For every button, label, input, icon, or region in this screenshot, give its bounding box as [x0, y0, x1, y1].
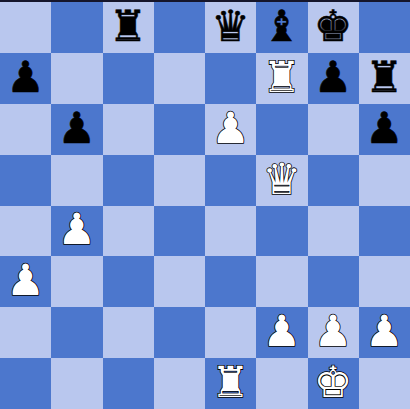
square-e4[interactable]: [205, 206, 256, 257]
square-e2[interactable]: [205, 307, 256, 358]
square-f4[interactable]: [256, 206, 307, 257]
square-g6[interactable]: [308, 104, 359, 155]
square-d2[interactable]: [154, 307, 205, 358]
square-a3[interactable]: ♟: [0, 256, 51, 307]
square-g5[interactable]: [308, 155, 359, 206]
square-e8[interactable]: ♛: [205, 2, 256, 53]
square-c7[interactable]: [103, 53, 154, 104]
piece-white-rook[interactable]: ♜: [211, 361, 250, 404]
square-e5[interactable]: [205, 155, 256, 206]
square-c6[interactable]: [103, 104, 154, 155]
square-a2[interactable]: [0, 307, 51, 358]
piece-white-pawn[interactable]: ♟: [314, 310, 353, 353]
square-c2[interactable]: [103, 307, 154, 358]
piece-white-pawn[interactable]: ♟: [211, 107, 250, 150]
piece-white-pawn[interactable]: ♟: [6, 259, 45, 302]
piece-white-pawn[interactable]: ♟: [263, 310, 302, 353]
square-d5[interactable]: [154, 155, 205, 206]
square-h6[interactable]: ♟: [359, 104, 410, 155]
square-d8[interactable]: [154, 2, 205, 53]
square-b1[interactable]: [51, 358, 102, 409]
square-h5[interactable]: [359, 155, 410, 206]
square-g3[interactable]: [308, 256, 359, 307]
square-g8[interactable]: ♚: [308, 2, 359, 53]
square-h3[interactable]: [359, 256, 410, 307]
square-b3[interactable]: [51, 256, 102, 307]
piece-black-bishop[interactable]: ♝: [263, 5, 302, 48]
square-d1[interactable]: [154, 358, 205, 409]
square-b8[interactable]: [51, 2, 102, 53]
square-g4[interactable]: [308, 206, 359, 257]
square-g7[interactable]: ♟: [308, 53, 359, 104]
chess-board: ♜♛♝♚♟♜♟♜♟♟♟♛♟♟♟♟♟♜♚: [0, 0, 410, 409]
square-c5[interactable]: [103, 155, 154, 206]
square-c1[interactable]: [103, 358, 154, 409]
square-a1[interactable]: [0, 358, 51, 409]
square-d6[interactable]: [154, 104, 205, 155]
piece-black-rook[interactable]: ♜: [365, 56, 404, 99]
square-g1[interactable]: ♚: [308, 358, 359, 409]
piece-white-rook[interactable]: ♜: [263, 56, 302, 99]
square-b7[interactable]: [51, 53, 102, 104]
square-c3[interactable]: [103, 256, 154, 307]
piece-black-pawn[interactable]: ♟: [365, 107, 404, 150]
square-f6[interactable]: [256, 104, 307, 155]
square-h4[interactable]: [359, 206, 410, 257]
piece-white-queen[interactable]: ♛: [263, 158, 302, 201]
square-b6[interactable]: ♟: [51, 104, 102, 155]
square-h7[interactable]: ♜: [359, 53, 410, 104]
square-h8[interactable]: [359, 2, 410, 53]
square-f2[interactable]: ♟: [256, 307, 307, 358]
square-e7[interactable]: [205, 53, 256, 104]
square-d4[interactable]: [154, 206, 205, 257]
square-e3[interactable]: [205, 256, 256, 307]
square-h1[interactable]: [359, 358, 410, 409]
square-a6[interactable]: [0, 104, 51, 155]
piece-black-rook[interactable]: ♜: [109, 5, 148, 48]
piece-white-pawn[interactable]: ♟: [58, 208, 97, 251]
square-c8[interactable]: ♜: [103, 2, 154, 53]
square-c4[interactable]: [103, 206, 154, 257]
square-f7[interactable]: ♜: [256, 53, 307, 104]
square-a5[interactable]: [0, 155, 51, 206]
chess-board-container: ♜♛♝♚♟♜♟♜♟♟♟♛♟♟♟♟♟♜♚: [0, 0, 410, 409]
square-e1[interactable]: ♜: [205, 358, 256, 409]
square-f5[interactable]: ♛: [256, 155, 307, 206]
piece-black-queen[interactable]: ♛: [211, 5, 250, 48]
square-e6[interactable]: ♟: [205, 104, 256, 155]
piece-black-pawn[interactable]: ♟: [314, 56, 353, 99]
piece-white-king[interactable]: ♚: [314, 361, 353, 404]
piece-black-king[interactable]: ♚: [314, 5, 353, 48]
square-d3[interactable]: [154, 256, 205, 307]
square-a4[interactable]: [0, 206, 51, 257]
piece-white-pawn[interactable]: ♟: [365, 310, 404, 353]
square-b5[interactable]: [51, 155, 102, 206]
square-f8[interactable]: ♝: [256, 2, 307, 53]
square-g2[interactable]: ♟: [308, 307, 359, 358]
square-h2[interactable]: ♟: [359, 307, 410, 358]
square-d7[interactable]: [154, 53, 205, 104]
square-a8[interactable]: [0, 2, 51, 53]
piece-black-pawn[interactable]: ♟: [6, 56, 45, 99]
piece-black-pawn[interactable]: ♟: [58, 107, 97, 150]
square-b2[interactable]: [51, 307, 102, 358]
square-b4[interactable]: ♟: [51, 206, 102, 257]
square-f1[interactable]: [256, 358, 307, 409]
square-f3[interactable]: [256, 256, 307, 307]
square-a7[interactable]: ♟: [0, 53, 51, 104]
